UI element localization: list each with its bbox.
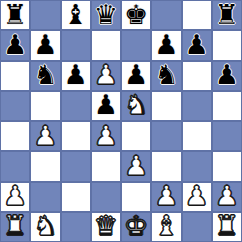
- black-pawn-piece: ♟: [94, 91, 118, 118]
- square-d6[interactable]: ♟: [91, 61, 121, 91]
- white-rook-piece: ♜: [215, 212, 239, 239]
- black-pawn-piece: ♟: [124, 61, 148, 88]
- square-h6[interactable]: ♟: [212, 61, 242, 91]
- black-knight-piece: ♞: [33, 61, 57, 88]
- square-e4[interactable]: [121, 121, 151, 151]
- white-pawn-piece: ♟: [33, 122, 57, 149]
- square-f1[interactable]: ♝: [151, 212, 181, 242]
- square-d1[interactable]: ♛: [91, 212, 121, 242]
- white-pawn-piece: ♟: [215, 182, 239, 209]
- white-pawn-piece: ♟: [154, 182, 178, 209]
- square-h4[interactable]: [212, 121, 242, 151]
- square-h7[interactable]: [212, 30, 242, 60]
- square-b1[interactable]: ♞: [30, 212, 60, 242]
- white-queen-piece: ♛: [94, 212, 118, 239]
- square-e2[interactable]: [121, 182, 151, 212]
- square-e8[interactable]: ♚: [121, 0, 151, 30]
- white-pawn-piece: ♟: [185, 182, 209, 209]
- square-g6[interactable]: [182, 61, 212, 91]
- square-d7[interactable]: [91, 30, 121, 60]
- square-d3[interactable]: [91, 151, 121, 181]
- white-king-piece: ♚: [124, 212, 148, 239]
- square-f2[interactable]: ♟: [151, 182, 181, 212]
- black-pawn-piece: ♟: [185, 31, 209, 58]
- square-d5[interactable]: ♟: [91, 91, 121, 121]
- square-a3[interactable]: [0, 151, 30, 181]
- square-b6[interactable]: ♞: [30, 61, 60, 91]
- square-c5[interactable]: [61, 91, 91, 121]
- square-c3[interactable]: [61, 151, 91, 181]
- square-a5[interactable]: [0, 91, 30, 121]
- black-queen-piece: ♛: [94, 1, 118, 28]
- square-a6[interactable]: [0, 61, 30, 91]
- square-a4[interactable]: [0, 121, 30, 151]
- white-knight-piece: ♞: [33, 212, 57, 239]
- black-pawn-piece: ♟: [215, 61, 239, 88]
- square-h2[interactable]: ♟: [212, 182, 242, 212]
- square-g3[interactable]: [182, 151, 212, 181]
- square-g1[interactable]: [182, 212, 212, 242]
- square-e3[interactable]: ♟: [121, 151, 151, 181]
- square-f3[interactable]: [151, 151, 181, 181]
- square-c1[interactable]: [61, 212, 91, 242]
- black-pawn-piece: ♟: [3, 31, 27, 58]
- square-h5[interactable]: [212, 91, 242, 121]
- square-c4[interactable]: [61, 121, 91, 151]
- square-d8[interactable]: ♛: [91, 0, 121, 30]
- square-g8[interactable]: [182, 0, 212, 30]
- square-d2[interactable]: [91, 182, 121, 212]
- square-e6[interactable]: ♟: [121, 61, 151, 91]
- square-b3[interactable]: [30, 151, 60, 181]
- square-f8[interactable]: [151, 0, 181, 30]
- square-h8[interactable]: ♜: [212, 0, 242, 30]
- square-f6[interactable]: ♞: [151, 61, 181, 91]
- white-pawn-piece: ♟: [94, 122, 118, 149]
- square-a2[interactable]: ♟: [0, 182, 30, 212]
- square-f5[interactable]: [151, 91, 181, 121]
- square-b4[interactable]: ♟: [30, 121, 60, 151]
- white-pawn-piece: ♟: [124, 152, 148, 179]
- square-e1[interactable]: ♚: [121, 212, 151, 242]
- black-pawn-piece: ♟: [154, 31, 178, 58]
- square-f7[interactable]: ♟: [151, 30, 181, 60]
- square-g4[interactable]: [182, 121, 212, 151]
- square-b8[interactable]: [30, 0, 60, 30]
- square-b5[interactable]: [30, 91, 60, 121]
- square-c8[interactable]: ♝: [61, 0, 91, 30]
- black-pawn-piece: ♟: [33, 31, 57, 58]
- square-g7[interactable]: ♟: [182, 30, 212, 60]
- square-b7[interactable]: ♟: [30, 30, 60, 60]
- black-bishop-piece: ♝: [64, 1, 88, 28]
- square-c2[interactable]: [61, 182, 91, 212]
- white-knight-piece: ♞: [124, 91, 148, 118]
- square-e7[interactable]: [121, 30, 151, 60]
- black-rook-piece: ♜: [215, 1, 239, 28]
- white-bishop-piece: ♝: [154, 212, 178, 239]
- black-pawn-piece: ♟: [64, 61, 88, 88]
- chess-board: ♜♝♛♚♜♟♟♟♟♞♟♟♟♞♟♟♞♟♟♟♟♟♟♟♜♞♛♚♝♜: [0, 0, 242, 242]
- square-a1[interactable]: ♜: [0, 212, 30, 242]
- square-h3[interactable]: [212, 151, 242, 181]
- black-knight-piece: ♞: [154, 61, 178, 88]
- square-e5[interactable]: ♞: [121, 91, 151, 121]
- white-rook-piece: ♜: [3, 212, 27, 239]
- square-g5[interactable]: [182, 91, 212, 121]
- square-d4[interactable]: ♟: [91, 121, 121, 151]
- black-rook-piece: ♜: [3, 1, 27, 28]
- square-g2[interactable]: ♟: [182, 182, 212, 212]
- square-a7[interactable]: ♟: [0, 30, 30, 60]
- square-b2[interactable]: [30, 182, 60, 212]
- square-a8[interactable]: ♜: [0, 0, 30, 30]
- square-f4[interactable]: [151, 121, 181, 151]
- square-c6[interactable]: ♟: [61, 61, 91, 91]
- white-pawn-piece: ♟: [94, 61, 118, 88]
- black-king-piece: ♚: [124, 1, 148, 28]
- square-c7[interactable]: [61, 30, 91, 60]
- square-h1[interactable]: ♜: [212, 212, 242, 242]
- white-pawn-piece: ♟: [3, 182, 27, 209]
